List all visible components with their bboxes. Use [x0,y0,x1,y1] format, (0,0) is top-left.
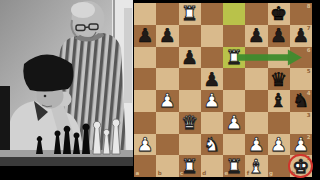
square-a6 [134,47,156,69]
file-label-a: a [136,171,140,177]
piece-wP-e3: ♟ [226,113,243,132]
square-a5 [134,68,156,90]
square-b3 [156,112,178,134]
piece-bP-c6: ♟ [181,48,198,67]
square-b5 [156,68,178,90]
square-e7 [223,25,245,47]
piece-bQ-g5: ♛ [270,70,287,89]
piece-bP-f7: ♟ [248,26,265,45]
square-e4 [223,90,245,112]
rank-label-7: 7 [307,26,311,32]
square-e8 [223,3,245,25]
piece-wN-d2: ♞ [203,135,220,154]
square-c6: ♟ [179,47,201,69]
square-f3 [245,112,267,134]
rank-label-6: 6 [307,48,311,54]
video-thumbnail: ♜♚8♟♟♟♟♟7♟♜6♟♛5♟♟♝♞4♛♟3♟♞♟♟♟2ab♜cd♜e♝fg♚… [0,0,320,180]
square-e5 [223,68,245,90]
chess-board: ♜♚8♟♟♟♟♟7♟♜6♟♛5♟♟♝♞4♛♟3♟♞♟♟♟2ab♜cd♜e♝fg♚… [134,3,312,177]
square-f5 [245,68,267,90]
piece-wP-f2: ♟ [248,135,265,154]
square-f6 [245,47,267,69]
rank-label-5: 5 [307,69,311,75]
rank-label-2: 2 [307,135,311,141]
piece-wQ-c3: ♛ [181,113,198,132]
square-h8: 8 [290,3,312,25]
square-b2 [156,134,178,156]
square-h1: ♚1h [290,155,312,177]
square-h4: ♞4 [290,90,312,112]
rank-label-1: 1 [307,156,311,162]
square-e6: ♜ [223,47,245,69]
square-b4: ♟ [156,90,178,112]
square-d5: ♟ [201,68,223,90]
square-d4: ♟ [201,90,223,112]
square-g4: ♝ [268,90,290,112]
square-h7: ♟7 [290,25,312,47]
square-a2: ♟ [134,134,156,156]
square-g7: ♟ [268,25,290,47]
square-h5: 5 [290,68,312,90]
square-c3: ♛ [179,112,201,134]
square-g6 [268,47,290,69]
square-h2: ♟2 [290,134,312,156]
piece-bK-g8: ♚ [270,4,287,23]
square-b7: ♟ [156,25,178,47]
file-label-f: f [247,171,249,177]
piece-wR-e6: ♜ [226,48,243,67]
piece-bP-g7: ♟ [270,26,287,45]
square-g2: ♟ [268,134,290,156]
file-label-g: g [269,171,273,177]
square-a3 [134,112,156,134]
rank-label-4: 4 [307,91,311,97]
file-label-b: b [158,171,162,177]
square-g3 [268,112,290,134]
square-f2: ♟ [245,134,267,156]
square-g1: g [268,155,290,177]
piece-wP-d4: ♟ [203,91,220,110]
square-c8: ♜ [179,3,201,25]
piece-bP-a7: ♟ [137,26,154,45]
piece-wR-c1: ♜ [181,157,198,176]
square-f4 [245,90,267,112]
square-f8 [245,3,267,25]
piece-bB-g4: ♝ [270,91,287,110]
file-label-c: c [180,171,183,177]
square-d2: ♞ [201,134,223,156]
square-c1: ♜c [179,155,201,177]
square-g8: ♚ [268,3,290,25]
photo-chess-players [0,0,133,166]
square-g5: ♛ [268,68,290,90]
file-label-e: e [225,171,229,177]
square-d1: d [201,155,223,177]
square-a1: a [134,155,156,177]
square-d3 [201,112,223,134]
square-c2 [179,134,201,156]
square-b8 [156,3,178,25]
square-c7 [179,25,201,47]
piece-wP-g2: ♟ [270,135,287,154]
file-label-d: d [202,171,206,177]
piece-bP-d5: ♟ [203,70,220,89]
piece-wB-f1: ♝ [248,157,265,176]
square-a4 [134,90,156,112]
square-f7: ♟ [245,25,267,47]
square-e1: ♜e [223,155,245,177]
square-d7 [201,25,223,47]
file-label-h: h [291,171,295,177]
piece-bP-b7: ♟ [159,26,176,45]
square-e3: ♟ [223,112,245,134]
square-c4 [179,90,201,112]
piece-wR-c8: ♜ [181,4,198,23]
square-h3: 3 [290,112,312,134]
square-e2 [223,134,245,156]
square-d8 [201,3,223,25]
square-b1: b [156,155,178,177]
square-h6: 6 [290,47,312,69]
square-c5 [179,68,201,90]
square-f1: ♝f [245,155,267,177]
square-a8 [134,3,156,25]
square-d6 [201,47,223,69]
rank-label-3: 3 [307,113,311,119]
piece-wP-b4: ♟ [159,91,176,110]
piece-wP-a2: ♟ [137,135,154,154]
square-a7: ♟ [134,25,156,47]
rank-label-8: 8 [307,4,311,10]
square-b6 [156,47,178,69]
